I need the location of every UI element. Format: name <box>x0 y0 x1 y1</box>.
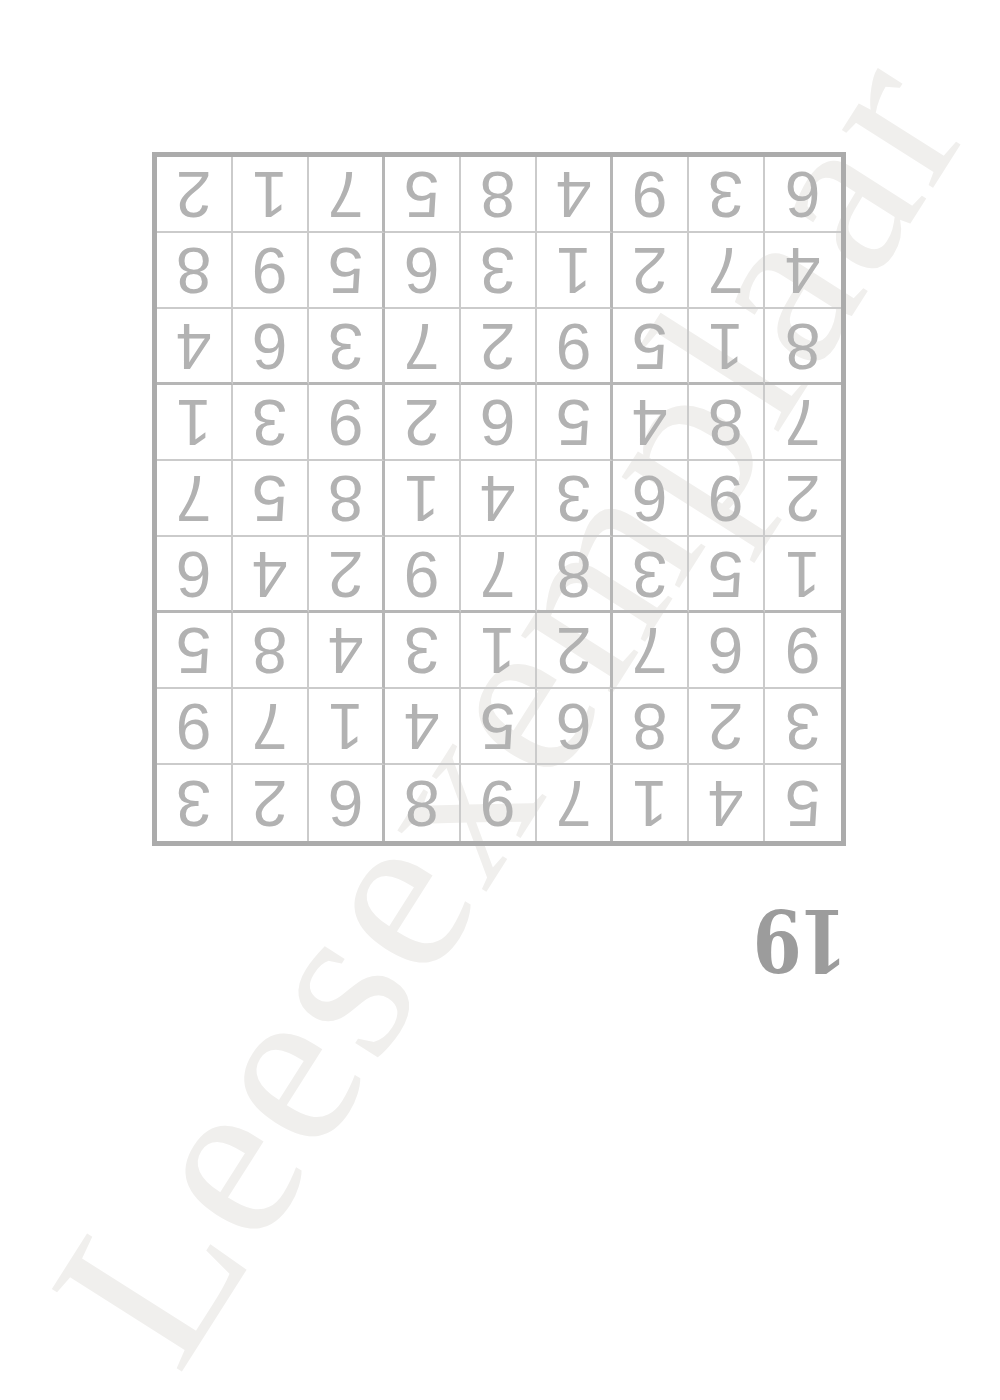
sudoku-digit: 7 <box>404 314 440 378</box>
sudoku-cell-r9c6: 7 <box>537 765 613 841</box>
sudoku-cell-r7c2: 8 <box>233 613 309 689</box>
sudoku-digit: 6 <box>708 618 744 682</box>
sudoku-cell-r5c4: 1 <box>385 461 461 537</box>
sudoku-cell-r5c6: 3 <box>537 461 613 537</box>
sudoku-digit: 4 <box>480 466 516 530</box>
sudoku-digit: 9 <box>252 238 288 302</box>
sudoku-digit: 2 <box>404 390 440 454</box>
sudoku-cell-r6c8: 5 <box>689 537 765 613</box>
sudoku-digit: 9 <box>480 771 516 835</box>
sudoku-cell-r9c3: 6 <box>309 765 385 841</box>
sudoku-digit: 1 <box>632 771 668 835</box>
sudoku-digit: 8 <box>404 771 440 835</box>
page-number: 19 <box>756 901 848 979</box>
sudoku-digit: 9 <box>632 162 668 226</box>
sudoku-digit: 8 <box>785 314 821 378</box>
sudoku-digit: 5 <box>556 390 592 454</box>
sudoku-digit: 9 <box>785 618 821 682</box>
sudoku-digit: 5 <box>176 618 212 682</box>
sudoku-digit: 6 <box>632 466 668 530</box>
sudoku-cell-r5c7: 6 <box>613 461 689 537</box>
sudoku-cell-r3c5: 2 <box>461 309 537 385</box>
sudoku-cell-r3c1: 4 <box>157 309 233 385</box>
sudoku-cell-r8c7: 8 <box>613 689 689 765</box>
sudoku-cell-r8c5: 5 <box>461 689 537 765</box>
sudoku-cell-r2c5: 3 <box>461 233 537 309</box>
sudoku-digit: 3 <box>404 618 440 682</box>
sudoku-cell-r4c1: 1 <box>157 385 233 461</box>
sudoku-cell-r7c5: 1 <box>461 613 537 689</box>
sudoku-digit: 2 <box>556 618 592 682</box>
sudoku-digit: 2 <box>480 314 516 378</box>
sudoku-digit: 5 <box>404 162 440 226</box>
sudoku-digit: 9 <box>404 542 440 606</box>
sudoku-digit: 3 <box>252 390 288 454</box>
sudoku-digit: 8 <box>480 162 516 226</box>
sudoku-digit: 3 <box>708 162 744 226</box>
sudoku-digit: 6 <box>252 314 288 378</box>
sudoku-cell-r8c4: 4 <box>385 689 461 765</box>
sudoku-digit: 5 <box>785 771 821 835</box>
sudoku-cell-r6c9: 1 <box>765 537 841 613</box>
sudoku-digit: 7 <box>176 466 212 530</box>
sudoku-cell-r8c3: 1 <box>309 689 385 765</box>
sudoku-cell-r9c5: 9 <box>461 765 537 841</box>
sudoku-digit: 7 <box>328 162 364 226</box>
sudoku-board: 2175849368956312744637295181392654877581… <box>152 152 846 846</box>
page-number-text: 19 <box>756 897 848 983</box>
sudoku-digit: 8 <box>556 542 592 606</box>
sudoku-cell-r6c3: 2 <box>309 537 385 613</box>
sudoku-cell-r3c6: 9 <box>537 309 613 385</box>
sudoku-cell-r5c2: 5 <box>233 461 309 537</box>
sudoku-digit: 1 <box>328 694 364 758</box>
sudoku-cell-r5c3: 8 <box>309 461 385 537</box>
sudoku-cell-r9c7: 1 <box>613 765 689 841</box>
sudoku-cell-r1c4: 5 <box>385 157 461 233</box>
sudoku-cell-r5c1: 7 <box>157 461 233 537</box>
sudoku-digit: 1 <box>480 618 516 682</box>
sudoku-digit: 3 <box>328 314 364 378</box>
sudoku-digit: 3 <box>632 542 668 606</box>
sudoku-digit: 4 <box>785 238 821 302</box>
sudoku-cell-r6c4: 9 <box>385 537 461 613</box>
sudoku-digit: 8 <box>176 238 212 302</box>
sudoku-digit: 3 <box>785 694 821 758</box>
sudoku-cell-r2c1: 8 <box>157 233 233 309</box>
sudoku-cell-r6c6: 8 <box>537 537 613 613</box>
sudoku-digit: 9 <box>708 466 744 530</box>
sudoku-digit: 4 <box>404 694 440 758</box>
sudoku-cell-r4c2: 3 <box>233 385 309 461</box>
sudoku-digit: 4 <box>556 162 592 226</box>
sudoku-digit: 3 <box>556 466 592 530</box>
sudoku-cell-r4c8: 8 <box>689 385 765 461</box>
sudoku-digit: 4 <box>176 314 212 378</box>
sudoku-cell-r9c8: 4 <box>689 765 765 841</box>
sudoku-cell-r7c3: 4 <box>309 613 385 689</box>
sudoku-cell-r3c8: 1 <box>689 309 765 385</box>
sudoku-cell-r2c3: 5 <box>309 233 385 309</box>
sudoku-digit: 8 <box>708 390 744 454</box>
sudoku-digit: 7 <box>556 771 592 835</box>
sudoku-cell-r4c3: 9 <box>309 385 385 461</box>
sudoku-digit: 2 <box>708 694 744 758</box>
sudoku-digit: 1 <box>785 542 821 606</box>
sudoku-digit: 2 <box>785 466 821 530</box>
sudoku-cell-r6c7: 3 <box>613 537 689 613</box>
sudoku-cell-r8c9: 3 <box>765 689 841 765</box>
sudoku-cell-r1c8: 3 <box>689 157 765 233</box>
sudoku-digit: 7 <box>708 238 744 302</box>
sudoku-digit: 6 <box>785 162 821 226</box>
sudoku-cell-r8c2: 7 <box>233 689 309 765</box>
sudoku-digit: 1 <box>708 314 744 378</box>
sudoku-digit: 1 <box>556 238 592 302</box>
sudoku-cell-r3c4: 7 <box>385 309 461 385</box>
sudoku-digit: 1 <box>252 162 288 226</box>
sudoku-digit: 4 <box>252 542 288 606</box>
sudoku-cell-r5c5: 4 <box>461 461 537 537</box>
sudoku-digit: 6 <box>404 238 440 302</box>
sudoku-digit: 5 <box>632 314 668 378</box>
sudoku-cell-r1c1: 2 <box>157 157 233 233</box>
sudoku-digit: 5 <box>480 694 516 758</box>
sudoku-digit: 1 <box>176 390 212 454</box>
sudoku-digit: 5 <box>328 238 364 302</box>
sudoku-cell-r2c8: 7 <box>689 233 765 309</box>
sudoku-digit: 8 <box>328 466 364 530</box>
sudoku-digit: 7 <box>785 390 821 454</box>
sudoku-cell-r8c6: 6 <box>537 689 613 765</box>
sudoku-cell-r5c9: 2 <box>765 461 841 537</box>
sudoku-cell-r9c1: 3 <box>157 765 233 841</box>
sudoku-cell-r1c6: 4 <box>537 157 613 233</box>
sudoku-cell-r6c1: 6 <box>157 537 233 613</box>
sudoku-cell-r7c9: 9 <box>765 613 841 689</box>
sudoku-cell-r1c9: 6 <box>765 157 841 233</box>
sudoku-cell-r6c5: 7 <box>461 537 537 613</box>
sudoku-digit: 4 <box>328 618 364 682</box>
sudoku-digit: 2 <box>176 162 212 226</box>
sudoku-cell-r9c4: 8 <box>385 765 461 841</box>
sudoku-cell-r2c6: 1 <box>537 233 613 309</box>
sudoku-cell-r7c1: 5 <box>157 613 233 689</box>
sudoku-cell-r8c1: 9 <box>157 689 233 765</box>
sudoku-digit: 9 <box>328 390 364 454</box>
sudoku-digit: 7 <box>480 542 516 606</box>
sudoku-digit: 6 <box>176 542 212 606</box>
sudoku-digit: 3 <box>480 238 516 302</box>
sudoku-digit: 6 <box>556 694 592 758</box>
sudoku-digit: 4 <box>632 390 668 454</box>
sudoku-cell-r4c6: 5 <box>537 385 613 461</box>
sudoku-cell-r7c6: 2 <box>537 613 613 689</box>
sudoku-cell-r2c9: 4 <box>765 233 841 309</box>
sudoku-cell-r7c8: 6 <box>689 613 765 689</box>
sudoku-cell-r4c7: 4 <box>613 385 689 461</box>
sudoku-digit: 4 <box>708 771 744 835</box>
sudoku-digit: 5 <box>252 466 288 530</box>
sudoku-digit: 3 <box>176 771 212 835</box>
sudoku-cell-r1c3: 7 <box>309 157 385 233</box>
sudoku-cell-r1c5: 8 <box>461 157 537 233</box>
sudoku-digit: 9 <box>176 694 212 758</box>
sudoku-digit: 8 <box>632 694 668 758</box>
sudoku-digit: 7 <box>252 694 288 758</box>
sudoku-digit: 2 <box>252 771 288 835</box>
sudoku-digit: 9 <box>556 314 592 378</box>
sudoku-digit: 1 <box>404 466 440 530</box>
sudoku-cell-r8c8: 2 <box>689 689 765 765</box>
sudoku-cell-r1c7: 9 <box>613 157 689 233</box>
sudoku-cell-r3c2: 6 <box>233 309 309 385</box>
sudoku-digit: 6 <box>480 390 516 454</box>
sudoku-cell-r2c4: 6 <box>385 233 461 309</box>
sudoku-cell-r3c3: 3 <box>309 309 385 385</box>
sudoku-digit: 5 <box>708 542 744 606</box>
sudoku-cell-r6c2: 4 <box>233 537 309 613</box>
sudoku-cell-r4c9: 7 <box>765 385 841 461</box>
sudoku-digit: 2 <box>328 542 364 606</box>
sudoku-digit: 2 <box>632 238 668 302</box>
sudoku-cell-r1c2: 1 <box>233 157 309 233</box>
sudoku-cell-r9c9: 5 <box>765 765 841 841</box>
sudoku-cell-r4c4: 2 <box>385 385 461 461</box>
sudoku-cell-r7c4: 3 <box>385 613 461 689</box>
sudoku-cell-r2c7: 2 <box>613 233 689 309</box>
sudoku-cell-r2c2: 9 <box>233 233 309 309</box>
sudoku-cell-r4c5: 6 <box>461 385 537 461</box>
sudoku-digit: 7 <box>632 618 668 682</box>
sudoku-digit: 6 <box>328 771 364 835</box>
sudoku-cell-r5c8: 9 <box>689 461 765 537</box>
sudoku-cell-r7c7: 7 <box>613 613 689 689</box>
sudoku-cell-r9c2: 2 <box>233 765 309 841</box>
sudoku-digit: 8 <box>252 618 288 682</box>
sudoku-cell-r3c9: 8 <box>765 309 841 385</box>
sudoku-cell-r3c7: 5 <box>613 309 689 385</box>
